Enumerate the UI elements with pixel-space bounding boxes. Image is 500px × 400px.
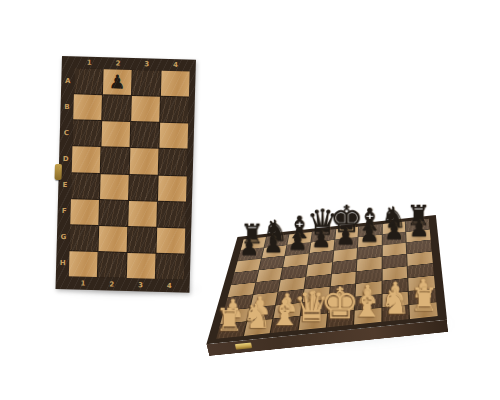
file-number-label: 4 <box>161 59 190 72</box>
rank-letter-label: C <box>59 120 73 146</box>
white-rook: ♜ <box>216 305 244 337</box>
folded-board-square <box>99 200 128 226</box>
board-square <box>382 254 407 268</box>
folded-board-square <box>157 227 186 253</box>
file-number-label: 2 <box>103 57 132 70</box>
folded-chessboard: 1234 ABCDEFGH 1234 ♟ <box>55 56 195 293</box>
folded-board-square <box>132 70 161 96</box>
folded-board-square <box>72 121 101 147</box>
folded-board-square <box>71 173 100 199</box>
folded-board-square <box>99 226 128 252</box>
black-pawn: ♟ <box>335 225 356 248</box>
folded-board-square <box>101 148 130 174</box>
folded-board-square: ♟ <box>103 69 132 95</box>
rank-letter-label: F <box>57 198 71 224</box>
folded-board-square <box>127 253 156 279</box>
black-pawn: ♟ <box>384 220 405 243</box>
folded-board-square <box>130 148 159 174</box>
board-square <box>231 270 258 284</box>
folded-board-square <box>130 122 159 148</box>
board-square <box>408 251 433 265</box>
folded-board-square <box>159 149 188 175</box>
file-number-label: 4 <box>155 279 184 293</box>
black-pawn: ♟ <box>263 233 283 256</box>
file-number-label: 3 <box>126 278 155 292</box>
file-number-label: 1 <box>75 56 104 69</box>
rank-letter-label: B <box>60 94 74 120</box>
black-pawn: ♟ <box>408 217 429 240</box>
folded-board-square <box>101 121 130 147</box>
brass-clasp <box>235 342 252 349</box>
folded-board-square <box>131 96 160 122</box>
board-square <box>306 262 331 276</box>
folded-board-square <box>160 97 189 123</box>
black-pawn: ♟ <box>360 223 381 246</box>
board-square: ♜ <box>410 302 438 319</box>
folded-board-square <box>128 201 157 227</box>
white-bishop: ♝ <box>351 286 384 322</box>
folded-board-square <box>157 201 186 227</box>
folded-board-square <box>156 254 185 280</box>
board-square: ♚ <box>326 311 354 328</box>
board-square: ♝ <box>354 308 381 325</box>
chess-set-product-photo: 1234 ABCDEFGH 1234 ♟ ♜♞♝♛♚♝♞♜♟♟♟♟♟♟♟♟♟♟♟… <box>0 0 500 400</box>
folded-board-square <box>128 227 157 253</box>
folded-board-square <box>159 123 188 149</box>
folded-board-square <box>72 147 101 173</box>
rank-letter-label: G <box>57 224 71 250</box>
black-pawn: ♟ <box>287 231 307 254</box>
folded-board-square <box>70 199 99 225</box>
folded-board-grid: ♟ <box>69 68 190 279</box>
folded-board-square <box>161 71 190 97</box>
black-pawn-logo-icon: ♟ <box>103 69 132 95</box>
file-number-label: 1 <box>68 276 97 290</box>
black-pawn: ♟ <box>239 236 259 259</box>
board-square <box>332 260 357 274</box>
white-knight: ♞ <box>380 285 411 319</box>
white-knight: ♞ <box>242 300 272 334</box>
white-rook: ♜ <box>410 284 439 316</box>
rank-letter-label: H <box>56 250 70 276</box>
file-number-label: 3 <box>132 58 161 71</box>
open-chessboard-scene: ♜♞♝♛♚♝♞♜♟♟♟♟♟♟♟♟♟♟♟♟♟♟♟♟♜♞♝♛♚♝♞♜ <box>195 162 495 377</box>
file-number-label: 2 <box>97 277 126 291</box>
folded-board-square <box>98 252 127 278</box>
folded-board-square <box>73 94 102 120</box>
folded-board-square <box>158 175 187 201</box>
folded-board-square <box>129 174 158 200</box>
black-pawn: ♟ <box>311 228 332 251</box>
rank-letter-label: A <box>61 68 75 94</box>
open-chessboard: ♜♞♝♛♚♝♞♜♟♟♟♟♟♟♟♟♟♟♟♟♟♟♟♟♜♞♝♛♚♝♞♜ <box>206 215 447 344</box>
chessboard-grid: ♜♞♝♛♚♝♞♜♟♟♟♟♟♟♟♟♟♟♟♟♟♟♟♟♜♞♝♛♚♝♞♜ <box>216 219 437 339</box>
board-square <box>281 265 307 279</box>
folded-board-square <box>70 225 99 251</box>
folded-board-square <box>69 251 98 277</box>
board-square: ♞ <box>382 305 409 322</box>
brass-hinge <box>55 164 62 180</box>
folded-board-square <box>100 174 129 200</box>
folded-board-square <box>102 95 131 121</box>
folded-board-square <box>74 68 103 94</box>
